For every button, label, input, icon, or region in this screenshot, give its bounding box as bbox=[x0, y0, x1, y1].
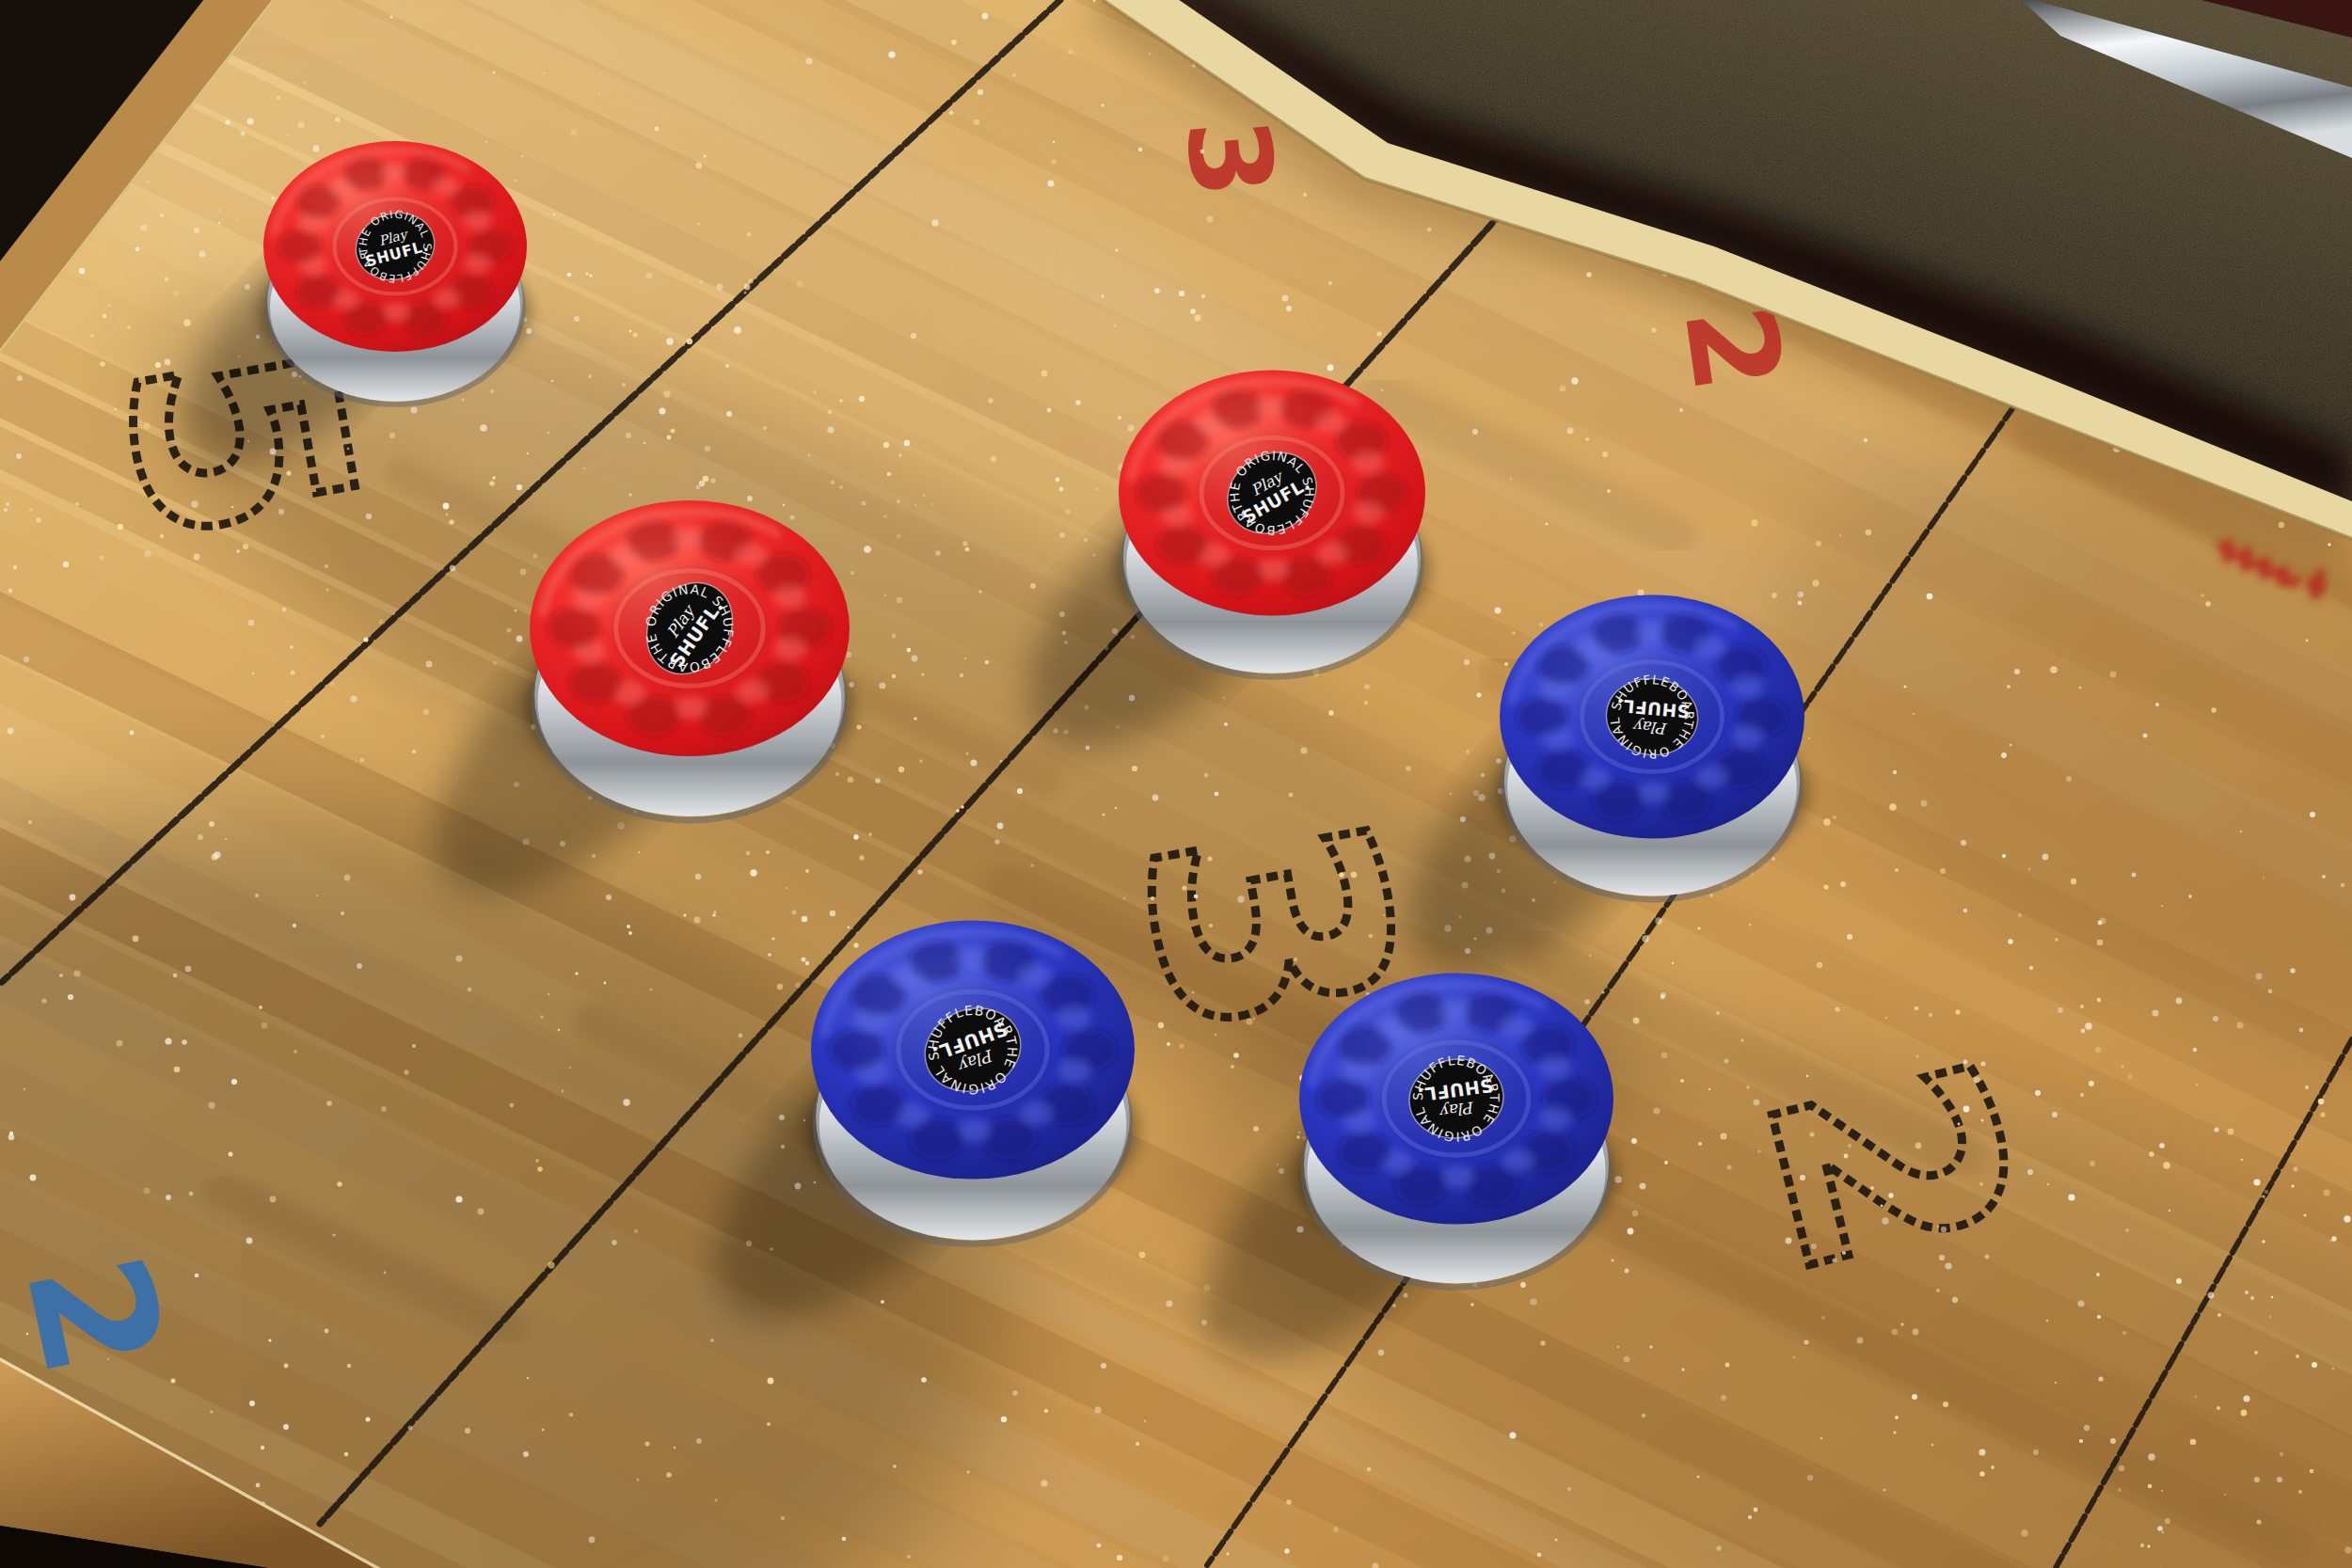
shuffleboard-photo: 532322 THE ORIGINAL SHUFFLEBOARD BRANDPl… bbox=[0, 0, 2352, 1568]
zone-number-3-3: 3 bbox=[1161, 113, 1298, 202]
